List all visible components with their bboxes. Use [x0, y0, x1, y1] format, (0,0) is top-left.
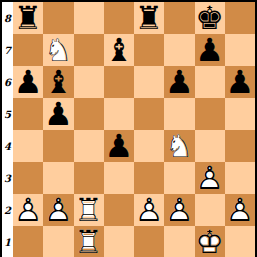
square-h7[interactable]	[225, 34, 255, 66]
white-rook: ♜♖	[74, 226, 104, 257]
black-rook: ♜	[13, 2, 43, 34]
white-pawn: ♟♙	[43, 194, 73, 226]
piece-glyph: ♟	[195, 34, 224, 66]
square-g2[interactable]	[195, 194, 225, 226]
white-pawn: ♟♙	[225, 194, 255, 226]
black-pawn: ♟	[13, 66, 43, 98]
black-pawn: ♟	[104, 130, 134, 162]
square-f8[interactable]	[164, 2, 194, 34]
square-e6[interactable]	[134, 66, 164, 98]
white-pawn: ♟♙	[134, 194, 164, 226]
square-g6[interactable]	[195, 66, 225, 98]
rank-label: 8	[2, 2, 13, 34]
square-d7[interactable]: ♝	[104, 34, 134, 66]
white-knight: ♞♘	[43, 34, 73, 66]
square-c3[interactable]	[74, 162, 104, 194]
square-h1[interactable]	[225, 226, 255, 257]
white-pawn: ♟♙	[164, 194, 194, 226]
piece-glyph: ♟	[105, 130, 134, 162]
square-e1[interactable]	[134, 226, 164, 257]
square-e7[interactable]	[134, 34, 164, 66]
square-f5[interactable]	[164, 98, 194, 130]
black-pawn: ♟	[43, 98, 73, 130]
white-pawn: ♟♙	[195, 162, 225, 194]
square-d5[interactable]	[104, 98, 134, 130]
piece-outline-glyph: ♙	[135, 194, 164, 226]
white-rook: ♜♖	[74, 194, 104, 226]
piece-glyph: ♚	[195, 2, 224, 34]
piece-glyph: ♜	[135, 2, 164, 34]
piece-outline-glyph: ♙	[195, 162, 224, 194]
piece-glyph: ♟	[44, 98, 73, 130]
square-c2[interactable]: ♜♖	[74, 194, 104, 226]
square-a2[interactable]: ♟♙	[13, 194, 43, 226]
square-d3[interactable]	[104, 162, 134, 194]
square-e5[interactable]	[134, 98, 164, 130]
piece-glyph: ♟	[165, 66, 194, 98]
white-pawn: ♟♙	[13, 194, 43, 226]
piece-glyph: ♟	[226, 66, 255, 98]
square-c5[interactable]	[74, 98, 104, 130]
square-a6[interactable]: ♟	[13, 66, 43, 98]
square-d8[interactable]	[104, 2, 134, 34]
piece-outline-glyph: ♙	[14, 194, 43, 226]
chess-diagram: 87654321 ♜♜♚♞♘♝♟♟♝♟♟♟♟♞♘♟♙♟♙♟♙♜♖♟♙♟♙♟♙♜♖…	[0, 0, 257, 257]
white-king: ♚♔	[195, 226, 225, 257]
black-pawn: ♟	[195, 34, 225, 66]
chess-board: ♜♜♚♞♘♝♟♟♝♟♟♟♟♞♘♟♙♟♙♟♙♜♖♟♙♟♙♟♙♜♖♚♔	[13, 2, 255, 257]
rank-label: 3	[2, 162, 13, 194]
square-b1[interactable]	[43, 226, 73, 257]
square-g7[interactable]: ♟	[195, 34, 225, 66]
square-a8[interactable]: ♜	[13, 2, 43, 34]
piece-glyph: ♝	[105, 34, 134, 66]
piece-outline-glyph: ♘	[165, 130, 194, 162]
piece-glyph: ♟	[14, 66, 43, 98]
square-e3[interactable]	[134, 162, 164, 194]
square-g5[interactable]	[195, 98, 225, 130]
square-c4[interactable]	[74, 130, 104, 162]
black-bishop: ♝	[104, 34, 134, 66]
square-f6[interactable]: ♟	[164, 66, 194, 98]
square-e4[interactable]	[134, 130, 164, 162]
piece-outline-glyph: ♘	[44, 34, 73, 66]
square-h6[interactable]: ♟	[225, 66, 255, 98]
piece-outline-glyph: ♙	[44, 194, 73, 226]
square-d1[interactable]	[104, 226, 134, 257]
square-b3[interactable]	[43, 162, 73, 194]
square-b2[interactable]: ♟♙	[43, 194, 73, 226]
rank-label: 5	[2, 98, 13, 130]
square-b7[interactable]: ♞♘	[43, 34, 73, 66]
black-pawn: ♟	[164, 66, 194, 98]
square-b4[interactable]	[43, 130, 73, 162]
rank-label: 6	[2, 66, 13, 98]
square-h3[interactable]	[225, 162, 255, 194]
square-c6[interactable]	[74, 66, 104, 98]
square-g1[interactable]: ♚♔	[195, 226, 225, 257]
square-a1[interactable]	[13, 226, 43, 257]
square-h4[interactable]	[225, 130, 255, 162]
square-c1[interactable]: ♜♖	[74, 226, 104, 257]
square-a4[interactable]	[13, 130, 43, 162]
piece-outline-glyph: ♔	[195, 226, 224, 257]
square-e8[interactable]: ♜	[134, 2, 164, 34]
square-e2[interactable]: ♟♙	[134, 194, 164, 226]
square-d4[interactable]: ♟	[104, 130, 134, 162]
rank-label: 2	[2, 194, 13, 226]
piece-outline-glyph: ♖	[74, 194, 103, 226]
square-f1[interactable]	[164, 226, 194, 257]
piece-outline-glyph: ♙	[226, 194, 255, 226]
piece-glyph: ♝	[44, 66, 73, 98]
square-b6[interactable]: ♝	[43, 66, 73, 98]
black-bishop: ♝	[43, 66, 73, 98]
black-pawn: ♟	[225, 66, 255, 98]
rank-label: 4	[2, 130, 13, 162]
square-c8[interactable]	[74, 2, 104, 34]
square-f2[interactable]: ♟♙	[164, 194, 194, 226]
square-c7[interactable]	[74, 34, 104, 66]
square-h8[interactable]	[225, 2, 255, 34]
square-f4[interactable]: ♞♘	[164, 130, 194, 162]
square-d2[interactable]	[104, 194, 134, 226]
square-a3[interactable]	[13, 162, 43, 194]
square-b5[interactable]: ♟	[43, 98, 73, 130]
rank-labels: 87654321	[2, 2, 13, 257]
square-g4[interactable]	[195, 130, 225, 162]
square-b8[interactable]	[43, 2, 73, 34]
square-g8[interactable]: ♚	[195, 2, 225, 34]
square-f7[interactable]	[164, 34, 194, 66]
black-king: ♚	[195, 2, 225, 34]
rank-label: 7	[2, 34, 13, 66]
square-g3[interactable]: ♟♙	[195, 162, 225, 194]
black-rook: ♜	[134, 2, 164, 34]
rank-label: 1	[2, 226, 13, 257]
piece-outline-glyph: ♖	[74, 226, 103, 257]
square-h5[interactable]	[225, 98, 255, 130]
white-knight: ♞♘	[164, 130, 194, 162]
square-f3[interactable]	[164, 162, 194, 194]
square-a5[interactable]	[13, 98, 43, 130]
square-a7[interactable]	[13, 34, 43, 66]
piece-outline-glyph: ♙	[165, 194, 194, 226]
piece-glyph: ♜	[14, 2, 43, 34]
square-d6[interactable]	[104, 66, 134, 98]
square-h2[interactable]: ♟♙	[225, 194, 255, 226]
